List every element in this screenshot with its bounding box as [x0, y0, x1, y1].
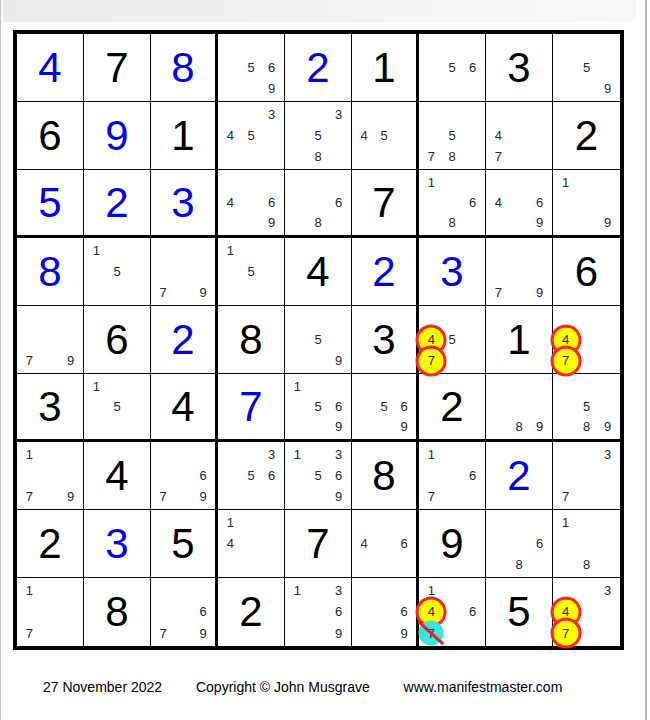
- pencil-mark-1: 1: [421, 172, 442, 192]
- pencil-mark-3: 3: [597, 580, 618, 601]
- cell-r7c5[interactable]: 13569: [285, 442, 352, 510]
- big-digit: 8: [352, 442, 416, 509]
- big-digit: 6: [84, 306, 150, 373]
- big-digit: 6: [553, 238, 620, 305]
- cell-r7c7[interactable]: 167: [419, 442, 486, 510]
- cell-r9c9[interactable]: 347: [553, 578, 620, 646]
- pencil-mark-6: 6: [394, 533, 414, 554]
- pencil-mark-4: 4: [488, 192, 509, 212]
- cell-r7c2[interactable]: 4: [84, 442, 151, 510]
- pencil-mark-6: 6: [462, 192, 483, 212]
- cell-r3c7[interactable]: 168: [419, 170, 486, 238]
- pencil-mark-9: 9: [261, 213, 282, 233]
- cell-r2c4[interactable]: 345: [218, 102, 285, 170]
- pencil-mark-1: 1: [86, 376, 107, 396]
- pencil-mark-6: 6: [193, 465, 213, 486]
- cell-r3c3[interactable]: 3: [151, 170, 218, 238]
- pencil-mark-4: 4: [220, 192, 241, 212]
- pencil-mark-1: 1: [287, 376, 308, 396]
- pencil-mark-3: 3: [261, 444, 282, 465]
- pencil-mark-7: 7: [19, 486, 40, 507]
- pencil-mark-6: 6: [529, 192, 550, 212]
- cell-r1c6[interactable]: 1: [352, 34, 419, 102]
- cell-r8c2[interactable]: 3: [84, 510, 151, 578]
- cell-r5c6[interactable]: 3: [352, 306, 419, 374]
- cell-r3c9[interactable]: 19: [553, 170, 620, 238]
- cell-r5c5[interactable]: 59: [285, 306, 352, 374]
- pencil-mark-1: 1: [86, 240, 107, 261]
- big-digit: 6: [17, 102, 83, 169]
- cell-r4c7[interactable]: 3: [419, 238, 486, 306]
- pencil-mark-5: 5: [308, 329, 329, 350]
- cell-r2c3[interactable]: 1: [151, 102, 218, 170]
- cell-r9c4[interactable]: 2: [218, 578, 285, 646]
- cell-r8c9[interactable]: 18: [553, 510, 620, 578]
- cell-r4c3[interactable]: 79: [151, 238, 218, 306]
- pencil-mark-6: 6: [462, 465, 483, 486]
- pencil-mark-7: 7: [421, 146, 442, 167]
- cell-r5c2[interactable]: 6: [84, 306, 151, 374]
- cell-r3c8[interactable]: 469: [486, 170, 553, 238]
- pencil-mark-9: 9: [529, 282, 550, 303]
- pencil-mark-6: 6: [193, 601, 213, 622]
- cell-r2c1[interactable]: 6: [17, 102, 84, 170]
- pencil-mark-6: 6: [394, 396, 414, 416]
- pencil-mark-1: 1: [287, 444, 308, 465]
- cell-r9c5[interactable]: 1369: [285, 578, 352, 646]
- pencil-mark-9: 9: [529, 213, 550, 233]
- pencil-mark-6: 6: [462, 57, 483, 78]
- pencil-mark-9: 9: [529, 417, 550, 437]
- cell-r6c7[interactable]: 2: [419, 374, 486, 442]
- cell-r6c1[interactable]: 3: [17, 374, 84, 442]
- pencil-mark-6: 6: [328, 396, 349, 416]
- footer-date: 27 November 2022: [43, 679, 162, 695]
- cell-r3c6[interactable]: 7: [352, 170, 419, 238]
- big-digit: 8: [151, 34, 215, 101]
- pencil-mark-5: 5: [241, 125, 262, 146]
- pencil-mark-5: 5: [308, 465, 329, 486]
- cell-r7c4[interactable]: 356: [218, 442, 285, 510]
- cell-r6c6[interactable]: 569: [352, 374, 419, 442]
- pencil-mark-5: 5: [576, 57, 597, 78]
- pencil-mark-9: 9: [193, 486, 213, 507]
- pencil-mark-7: 7: [153, 282, 173, 303]
- pencil-mark-8: 8: [576, 554, 597, 575]
- window-top-strip: [3, 0, 636, 22]
- cell-r2c6[interactable]: 45: [352, 102, 419, 170]
- pencil-mark-3: 3: [328, 444, 349, 465]
- pencil-mark-5: 5: [107, 261, 128, 282]
- pencil-mark-7: 7: [19, 623, 40, 644]
- cell-r2c2[interactable]: 9: [84, 102, 151, 170]
- cell-r6c3[interactable]: 4: [151, 374, 218, 442]
- pencil-mark-5: 5: [308, 396, 329, 416]
- cell-r8c6[interactable]: 46: [352, 510, 419, 578]
- pencil-mark-5: 5: [442, 57, 463, 78]
- pencil-mark-6: 6: [261, 57, 282, 78]
- pencil-mark-4: 4: [220, 125, 241, 146]
- big-digit: 8: [84, 578, 150, 646]
- pencil-mark-7: 7: [153, 623, 173, 644]
- pencil-mark-1: 1: [555, 172, 576, 192]
- cell-r7c1[interactable]: 179: [17, 442, 84, 510]
- pencil-mark-1: 1: [19, 444, 40, 465]
- cell-r8c3[interactable]: 5: [151, 510, 218, 578]
- cell-r6c9[interactable]: 589: [553, 374, 620, 442]
- big-digit: 4: [17, 34, 83, 101]
- big-digit: 2: [151, 306, 215, 373]
- pencil-mark-5: 5: [241, 57, 262, 78]
- pencil-mark-7: 7: [555, 350, 576, 371]
- big-digit: 5: [151, 510, 215, 577]
- pencil-mark-9: 9: [328, 623, 349, 644]
- cell-r8c4[interactable]: 14: [218, 510, 285, 578]
- pencil-mark-9: 9: [60, 350, 81, 371]
- big-digit: 2: [553, 102, 620, 169]
- pencil-mark-9: 9: [193, 282, 213, 303]
- pencil-mark-6: 6: [328, 465, 349, 486]
- pencil-mark-5: 5: [107, 396, 128, 416]
- cell-r6c5[interactable]: 1569: [285, 374, 352, 442]
- pencil-mark-5: 5: [241, 261, 262, 282]
- cell-r3c2[interactable]: 2: [84, 170, 151, 238]
- pencil-mark-9: 9: [597, 78, 618, 99]
- big-digit: 1: [151, 102, 215, 169]
- pencil-mark-7: 7: [19, 350, 40, 371]
- pencil-mark-9: 9: [394, 623, 414, 644]
- pencil-mark-8: 8: [509, 554, 530, 575]
- pencil-mark-3: 3: [261, 104, 282, 125]
- pencil-mark-6: 6: [328, 601, 349, 622]
- pencil-mark-1: 1: [220, 512, 241, 533]
- cell-r1c8[interactable]: 3: [486, 34, 553, 102]
- cell-r9c6[interactable]: 69: [352, 578, 419, 646]
- pencil-mark-9: 9: [328, 417, 349, 437]
- cell-r1c2[interactable]: 7: [84, 34, 151, 102]
- pencil-mark-7: 7: [488, 146, 509, 167]
- pencil-mark-5: 5: [308, 125, 329, 146]
- big-digit: 8: [218, 306, 284, 373]
- cell-r5c9[interactable]: 47: [553, 306, 620, 374]
- big-digit: 3: [352, 306, 416, 373]
- big-digit: 8: [17, 238, 83, 305]
- cell-r9c3[interactable]: 679: [151, 578, 218, 646]
- pencil-mark-8: 8: [509, 417, 530, 437]
- pencil-mark-4: 4: [354, 533, 374, 554]
- footer-copyright: Copyright © John Musgrave: [196, 679, 370, 695]
- cell-r5c1[interactable]: 79: [17, 306, 84, 374]
- pencil-mark-4: 4: [488, 125, 509, 146]
- big-digit: 4: [84, 442, 150, 509]
- pencil-mark-1: 1: [220, 240, 241, 261]
- pencil-mark-7: 7: [555, 623, 576, 644]
- cell-r9c7[interactable]: 1467: [419, 578, 486, 646]
- cell-r8c8[interactable]: 68: [486, 510, 553, 578]
- pencil-mark-7: 7: [421, 623, 442, 644]
- cell-r7c9[interactable]: 37: [553, 442, 620, 510]
- pencil-mark-5: 5: [241, 465, 262, 486]
- cell-r5c3[interactable]: 2: [151, 306, 218, 374]
- big-digit: 3: [151, 170, 215, 235]
- cell-r2c9[interactable]: 2: [553, 102, 620, 170]
- cell-r3c1[interactable]: 5: [17, 170, 84, 238]
- big-digit: 2: [352, 238, 416, 305]
- pencil-mark-7: 7: [488, 282, 509, 303]
- pencil-mark-8: 8: [442, 213, 463, 233]
- big-digit: 9: [419, 510, 485, 577]
- big-digit: 1: [486, 306, 552, 373]
- cell-r8c1[interactable]: 2: [17, 510, 84, 578]
- pencil-mark-1: 1: [287, 580, 308, 601]
- cell-r4c8[interactable]: 79: [486, 238, 553, 306]
- pencil-mark-9: 9: [597, 417, 618, 437]
- pencil-mark-3: 3: [328, 104, 349, 125]
- cell-r6c4[interactable]: 7: [218, 374, 285, 442]
- cell-r1c4[interactable]: 569: [218, 34, 285, 102]
- big-digit: 3: [486, 34, 552, 101]
- cell-r9c2[interactable]: 8: [84, 578, 151, 646]
- big-digit: 5: [17, 170, 83, 235]
- cell-r7c6[interactable]: 8: [352, 442, 419, 510]
- cell-r2c7[interactable]: 578: [419, 102, 486, 170]
- pencil-mark-7: 7: [421, 486, 442, 507]
- cell-r8c7[interactable]: 9: [419, 510, 486, 578]
- cell-r1c7[interactable]: 56: [419, 34, 486, 102]
- cell-r6c8[interactable]: 89: [486, 374, 553, 442]
- big-digit: 1: [352, 34, 416, 101]
- pencil-mark-8: 8: [308, 213, 329, 233]
- pencil-mark-4: 4: [421, 601, 442, 622]
- big-digit: 2: [285, 34, 351, 101]
- pencil-mark-9: 9: [60, 486, 81, 507]
- big-digit: 7: [84, 34, 150, 101]
- big-digit: 5: [486, 578, 552, 646]
- pencil-mark-3: 3: [597, 444, 618, 465]
- cell-r4c2[interactable]: 15: [84, 238, 151, 306]
- cell-r5c4[interactable]: 8: [218, 306, 285, 374]
- pencil-mark-6: 6: [261, 465, 282, 486]
- big-digit: 7: [285, 510, 351, 577]
- big-digit: 7: [218, 374, 284, 439]
- big-digit: 7: [352, 170, 416, 235]
- pencil-mark-9: 9: [328, 486, 349, 507]
- pencil-mark-9: 9: [394, 417, 414, 437]
- pencil-mark-8: 8: [308, 146, 329, 167]
- pencil-mark-1: 1: [421, 444, 442, 465]
- cell-r1c1[interactable]: 4: [17, 34, 84, 102]
- pencil-mark-5: 5: [374, 396, 394, 416]
- pencil-mark-1: 1: [19, 580, 40, 601]
- pencil-mark-6: 6: [394, 601, 414, 622]
- cell-r5c7[interactable]: 457: [419, 306, 486, 374]
- cell-r4c9[interactable]: 6: [553, 238, 620, 306]
- cell-r9c8[interactable]: 5: [486, 578, 553, 646]
- pencil-mark-6: 6: [529, 533, 550, 554]
- cell-r4c4[interactable]: 15: [218, 238, 285, 306]
- cell-r2c8[interactable]: 47: [486, 102, 553, 170]
- pencil-mark-6: 6: [328, 192, 349, 212]
- pencil-mark-8: 8: [442, 146, 463, 167]
- big-digit: 2: [419, 374, 485, 439]
- big-digit: 3: [17, 374, 83, 439]
- cell-r2c5[interactable]: 358: [285, 102, 352, 170]
- cell-r8c5[interactable]: 7: [285, 510, 352, 578]
- pencil-mark-1: 1: [555, 512, 576, 533]
- pencil-mark-4: 4: [354, 125, 374, 146]
- big-digit: 3: [84, 510, 150, 577]
- pencil-mark-6: 6: [261, 192, 282, 212]
- pencil-mark-5: 5: [374, 125, 394, 146]
- pencil-mark-3: 3: [328, 580, 349, 601]
- pencil-mark-9: 9: [597, 213, 618, 233]
- cell-r5c8[interactable]: 1: [486, 306, 553, 374]
- cell-r9c1[interactable]: 17: [17, 578, 84, 646]
- big-digit: 2: [17, 510, 83, 577]
- footer: 27 November 2022 Copyright © John Musgra…: [43, 679, 562, 695]
- pencil-mark-4: 4: [220, 533, 241, 554]
- cell-r7c8[interactable]: 2: [486, 442, 553, 510]
- pencil-mark-5: 5: [576, 396, 597, 416]
- big-digit: 3: [419, 238, 485, 305]
- big-digit: 9: [84, 102, 150, 169]
- sudoku-board: 4785692156359691345358455784725234696871…: [13, 30, 624, 650]
- pencil-mark-9: 9: [328, 350, 349, 371]
- pencil-mark-6: 6: [462, 601, 483, 622]
- pencil-mark-7: 7: [555, 486, 576, 507]
- window-edge-right: [645, 0, 647, 720]
- pencil-mark-7: 7: [421, 350, 442, 371]
- cell-r4c1[interactable]: 8: [17, 238, 84, 306]
- pencil-mark-9: 9: [261, 78, 282, 99]
- cell-r6c2[interactable]: 15: [84, 374, 151, 442]
- pencil-mark-5: 5: [442, 125, 463, 146]
- pencil-mark-9: 9: [193, 623, 213, 644]
- big-digit: 4: [285, 238, 351, 305]
- cell-r1c5[interactable]: 2: [285, 34, 352, 102]
- cell-r4c6[interactable]: 2: [352, 238, 419, 306]
- footer-website: www.manifestmaster.com: [404, 679, 563, 695]
- big-digit: 2: [218, 578, 284, 646]
- cell-r4c5[interactable]: 4: [285, 238, 352, 306]
- big-digit: 2: [84, 170, 150, 235]
- cell-r1c9[interactable]: 59: [553, 34, 620, 102]
- cell-r3c4[interactable]: 469: [218, 170, 285, 238]
- cell-r7c3[interactable]: 679: [151, 442, 218, 510]
- big-digit: 4: [151, 374, 215, 439]
- big-digit: 2: [486, 442, 552, 509]
- window-edge-left: [0, 0, 1, 720]
- cell-r3c5[interactable]: 68: [285, 170, 352, 238]
- cell-r1c3[interactable]: 8: [151, 34, 218, 102]
- pencil-mark-7: 7: [153, 486, 173, 507]
- pencil-mark-8: 8: [576, 417, 597, 437]
